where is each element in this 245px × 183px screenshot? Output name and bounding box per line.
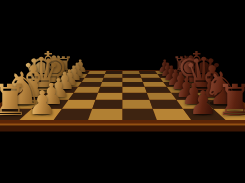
pieces-layer: ♜♟♟♜♞♟♟♞♝♟♟♝♚♟♟♚♛♟♟♛♝♟♟♝♞♟♟♞♜♟♟♜	[0, 0, 245, 183]
piece-black-pawn: ♟	[188, 87, 217, 120]
piece-white-pawn: ♟	[27, 87, 56, 120]
piece-black-rook: ♜	[216, 79, 245, 122]
piece-white-rook: ♜	[0, 79, 29, 122]
chess-scene-3d: ♜♟♟♜♞♟♟♞♝♟♟♝♚♟♟♚♛♟♟♛♝♟♟♝♞♟♟♞♜♟♟♜	[0, 0, 245, 183]
